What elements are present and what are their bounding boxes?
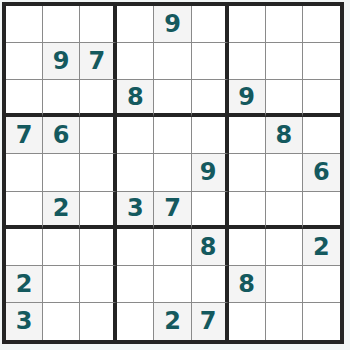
cell-r4c2-given-6[interactable]: 6 bbox=[43, 117, 80, 154]
cell-r8c6-empty[interactable] bbox=[192, 266, 229, 303]
cell-r5c3-empty[interactable] bbox=[80, 154, 117, 191]
cell-r7c4-empty[interactable] bbox=[117, 229, 154, 266]
cell-r9c2-empty[interactable] bbox=[43, 303, 80, 340]
cell-r3c2-empty[interactable] bbox=[43, 80, 80, 117]
cell-r8c1-given-2[interactable]: 2 bbox=[6, 266, 43, 303]
cell-r4c8-given-8[interactable]: 8 bbox=[266, 117, 303, 154]
cell-r5c4-empty[interactable] bbox=[117, 154, 154, 191]
cell-r7c6-given-8[interactable]: 8 bbox=[192, 229, 229, 266]
cell-r4c7-empty[interactable] bbox=[229, 117, 266, 154]
cell-r9c8-empty[interactable] bbox=[266, 303, 303, 340]
cell-r1c8-empty[interactable] bbox=[266, 6, 303, 43]
cell-r9c4-empty[interactable] bbox=[117, 303, 154, 340]
cell-r9c6-given-7[interactable]: 7 bbox=[192, 303, 229, 340]
cell-r2c1-empty[interactable] bbox=[6, 43, 43, 80]
cell-r6c5-given-7[interactable]: 7 bbox=[154, 192, 191, 229]
cell-r6c7-empty[interactable] bbox=[229, 192, 266, 229]
cell-r4c3-empty[interactable] bbox=[80, 117, 117, 154]
cell-r8c2-empty[interactable] bbox=[43, 266, 80, 303]
cell-r3c9-empty[interactable] bbox=[303, 80, 340, 117]
cell-r5c8-empty[interactable] bbox=[266, 154, 303, 191]
sudoku-board: 99789768962378228327 bbox=[2, 2, 344, 344]
cell-r1c7-empty[interactable] bbox=[229, 6, 266, 43]
cell-r4c9-empty[interactable] bbox=[303, 117, 340, 154]
cell-r4c6-empty[interactable] bbox=[192, 117, 229, 154]
sudoku-page: 99789768962378228327 bbox=[0, 0, 350, 350]
cell-r2c5-empty[interactable] bbox=[154, 43, 191, 80]
cell-r2c8-empty[interactable] bbox=[266, 43, 303, 80]
cell-r1c1-empty[interactable] bbox=[6, 6, 43, 43]
cell-r9c9-empty[interactable] bbox=[303, 303, 340, 340]
cell-r6c2-given-2[interactable]: 2 bbox=[43, 192, 80, 229]
cell-r8c8-empty[interactable] bbox=[266, 266, 303, 303]
cell-r8c9-empty[interactable] bbox=[303, 266, 340, 303]
cell-r8c4-empty[interactable] bbox=[117, 266, 154, 303]
cell-r6c8-empty[interactable] bbox=[266, 192, 303, 229]
cell-r5c1-empty[interactable] bbox=[6, 154, 43, 191]
cell-r6c9-empty[interactable] bbox=[303, 192, 340, 229]
cell-r8c3-empty[interactable] bbox=[80, 266, 117, 303]
cell-r6c4-given-3[interactable]: 3 bbox=[117, 192, 154, 229]
cell-r3c8-empty[interactable] bbox=[266, 80, 303, 117]
cell-r7c3-empty[interactable] bbox=[80, 229, 117, 266]
cell-r3c6-empty[interactable] bbox=[192, 80, 229, 117]
cell-r2c6-empty[interactable] bbox=[192, 43, 229, 80]
cell-r1c6-empty[interactable] bbox=[192, 6, 229, 43]
cell-r6c3-empty[interactable] bbox=[80, 192, 117, 229]
cell-r1c3-empty[interactable] bbox=[80, 6, 117, 43]
cell-r4c1-given-7[interactable]: 7 bbox=[6, 117, 43, 154]
cell-r5c6-given-9[interactable]: 9 bbox=[192, 154, 229, 191]
cell-r3c1-empty[interactable] bbox=[6, 80, 43, 117]
cell-r2c7-empty[interactable] bbox=[229, 43, 266, 80]
cell-r2c9-empty[interactable] bbox=[303, 43, 340, 80]
cell-r3c3-empty[interactable] bbox=[80, 80, 117, 117]
cell-r7c5-empty[interactable] bbox=[154, 229, 191, 266]
cell-r3c4-given-8[interactable]: 8 bbox=[117, 80, 154, 117]
cell-r3c7-given-9[interactable]: 9 bbox=[229, 80, 266, 117]
cell-r7c9-given-2[interactable]: 2 bbox=[303, 229, 340, 266]
cell-r9c1-given-3[interactable]: 3 bbox=[6, 303, 43, 340]
cell-r2c3-given-7[interactable]: 7 bbox=[80, 43, 117, 80]
cell-r9c3-empty[interactable] bbox=[80, 303, 117, 340]
cell-r3c5-empty[interactable] bbox=[154, 80, 191, 117]
cell-r1c5-given-9[interactable]: 9 bbox=[154, 6, 191, 43]
cell-r5c7-empty[interactable] bbox=[229, 154, 266, 191]
cell-r9c5-given-2[interactable]: 2 bbox=[154, 303, 191, 340]
cell-r8c5-empty[interactable] bbox=[154, 266, 191, 303]
cell-r4c5-empty[interactable] bbox=[154, 117, 191, 154]
cell-r5c5-empty[interactable] bbox=[154, 154, 191, 191]
cell-r7c7-empty[interactable] bbox=[229, 229, 266, 266]
cell-r7c8-empty[interactable] bbox=[266, 229, 303, 266]
cell-r2c4-empty[interactable] bbox=[117, 43, 154, 80]
cell-r5c9-given-6[interactable]: 6 bbox=[303, 154, 340, 191]
cell-r9c7-empty[interactable] bbox=[229, 303, 266, 340]
cell-r5c2-empty[interactable] bbox=[43, 154, 80, 191]
cell-r2c2-given-9[interactable]: 9 bbox=[43, 43, 80, 80]
cell-r1c2-empty[interactable] bbox=[43, 6, 80, 43]
cell-r7c2-empty[interactable] bbox=[43, 229, 80, 266]
cell-r7c1-empty[interactable] bbox=[6, 229, 43, 266]
cell-r6c1-empty[interactable] bbox=[6, 192, 43, 229]
cell-r6c6-empty[interactable] bbox=[192, 192, 229, 229]
cell-r1c4-empty[interactable] bbox=[117, 6, 154, 43]
cell-r8c7-given-8[interactable]: 8 bbox=[229, 266, 266, 303]
cell-r4c4-empty[interactable] bbox=[117, 117, 154, 154]
cell-r1c9-empty[interactable] bbox=[303, 6, 340, 43]
